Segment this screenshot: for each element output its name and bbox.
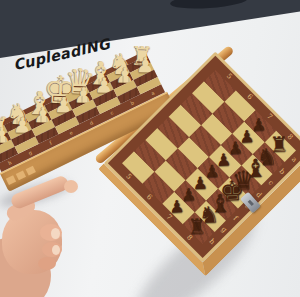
coordinate-label: g <box>214 221 233 240</box>
coordinate-label: c <box>261 174 280 193</box>
product-photo-scene: hgfedcba ♜♞♝♚♛♝♞♜♟♟♟♟♟♟♟♟ ♟♟♟♟♟♟♟♟♜♞♝♚♛♝… <box>0 0 300 297</box>
coordinate-label: f <box>226 209 245 228</box>
coordinate-label: a <box>284 151 300 170</box>
curled-finger <box>38 257 56 270</box>
coordinate-label: b <box>273 162 292 181</box>
fingertip <box>64 180 78 193</box>
index-finger <box>9 174 70 210</box>
clasp-pin <box>248 200 254 206</box>
hand <box>0 158 120 297</box>
fingernail <box>52 245 60 255</box>
fingernail <box>51 228 60 239</box>
